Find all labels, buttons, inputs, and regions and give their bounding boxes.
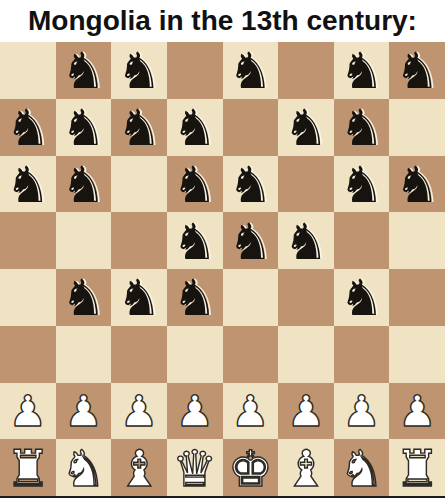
white-pawn: ♟ — [398, 390, 437, 433]
square-e4 — [223, 269, 279, 326]
square-g5 — [334, 212, 390, 269]
black-knight: ♞ — [5, 160, 50, 210]
square-h5 — [389, 212, 445, 269]
square-b2: ♟ — [56, 383, 112, 440]
white-queen: ♛ — [172, 444, 217, 494]
square-b8: ♞ — [56, 42, 112, 99]
black-knight: ♞ — [117, 273, 162, 323]
square-e3 — [223, 326, 279, 383]
white-bishop: ♝ — [117, 444, 162, 494]
square-f6 — [278, 156, 334, 213]
black-knight: ♞ — [61, 160, 106, 210]
white-rook: ♜ — [5, 444, 50, 494]
square-f5: ♞ — [278, 212, 334, 269]
square-h1: ♜ — [389, 439, 445, 496]
white-pawn: ♟ — [64, 390, 103, 433]
chess-board: ♞♞♞♞♞♞♞♞♞♞♞♞♞♞♞♞♞♞♞♞♞♞♞♞♟♟♟♟♟♟♟♟♜♞♝♛♚♝♞♜ — [0, 42, 445, 496]
square-e7 — [223, 99, 279, 156]
square-c4: ♞ — [111, 269, 167, 326]
meme-caption: Mongolia in the 13th century: — [0, 0, 445, 42]
square-h3 — [389, 326, 445, 383]
square-a7: ♞ — [0, 99, 56, 156]
white-rook: ♜ — [395, 444, 440, 494]
square-a5 — [0, 212, 56, 269]
square-g2: ♟ — [334, 383, 390, 440]
square-f7: ♞ — [278, 99, 334, 156]
square-d4: ♞ — [167, 269, 223, 326]
square-g7: ♞ — [334, 99, 390, 156]
square-a8 — [0, 42, 56, 99]
black-knight: ♞ — [5, 103, 50, 153]
square-h6: ♞ — [389, 156, 445, 213]
square-d7: ♞ — [167, 99, 223, 156]
white-bishop: ♝ — [284, 444, 329, 494]
black-knight: ♞ — [61, 103, 106, 153]
square-d5: ♞ — [167, 212, 223, 269]
square-h2: ♟ — [389, 383, 445, 440]
square-e5: ♞ — [223, 212, 279, 269]
black-knight: ♞ — [61, 46, 106, 96]
square-b7: ♞ — [56, 99, 112, 156]
black-knight: ♞ — [172, 273, 217, 323]
black-knight: ♞ — [228, 46, 273, 96]
black-knight: ♞ — [61, 273, 106, 323]
square-g6: ♞ — [334, 156, 390, 213]
black-knight: ♞ — [228, 217, 273, 267]
white-king: ♚ — [228, 444, 273, 494]
black-knight: ♞ — [339, 160, 384, 210]
white-pawn: ♟ — [120, 390, 159, 433]
square-f1: ♝ — [278, 439, 334, 496]
square-b6: ♞ — [56, 156, 112, 213]
black-knight: ♞ — [172, 103, 217, 153]
white-pawn: ♟ — [342, 390, 381, 433]
square-a1: ♜ — [0, 439, 56, 496]
square-c7: ♞ — [111, 99, 167, 156]
white-knight: ♞ — [339, 444, 384, 494]
square-b1: ♞ — [56, 439, 112, 496]
square-c1: ♝ — [111, 439, 167, 496]
square-c5 — [111, 212, 167, 269]
black-knight: ♞ — [172, 217, 217, 267]
square-d8 — [167, 42, 223, 99]
white-pawn: ♟ — [231, 390, 270, 433]
square-g8: ♞ — [334, 42, 390, 99]
black-knight: ♞ — [284, 103, 329, 153]
square-e2: ♟ — [223, 383, 279, 440]
white-pawn: ♟ — [287, 390, 326, 433]
black-knight: ♞ — [395, 46, 440, 96]
square-b4: ♞ — [56, 269, 112, 326]
square-c8: ♞ — [111, 42, 167, 99]
black-knight: ♞ — [284, 217, 329, 267]
square-e8: ♞ — [223, 42, 279, 99]
black-knight: ♞ — [117, 46, 162, 96]
square-f3 — [278, 326, 334, 383]
square-d1: ♛ — [167, 439, 223, 496]
square-c2: ♟ — [111, 383, 167, 440]
square-d3 — [167, 326, 223, 383]
square-a6: ♞ — [0, 156, 56, 213]
black-knight: ♞ — [117, 103, 162, 153]
square-h7 — [389, 99, 445, 156]
square-f4 — [278, 269, 334, 326]
meme-container: Mongolia in the 13th century: ♞♞♞♞♞♞♞♞♞♞… — [0, 0, 445, 500]
white-knight: ♞ — [61, 444, 106, 494]
black-knight: ♞ — [228, 160, 273, 210]
square-f8 — [278, 42, 334, 99]
square-a2: ♟ — [0, 383, 56, 440]
square-g1: ♞ — [334, 439, 390, 496]
square-h4 — [389, 269, 445, 326]
square-f2: ♟ — [278, 383, 334, 440]
black-knight: ♞ — [395, 160, 440, 210]
square-g3 — [334, 326, 390, 383]
square-g4: ♞ — [334, 269, 390, 326]
black-knight: ♞ — [172, 160, 217, 210]
square-e6: ♞ — [223, 156, 279, 213]
black-knight: ♞ — [339, 273, 384, 323]
square-d6: ♞ — [167, 156, 223, 213]
square-c6 — [111, 156, 167, 213]
square-b3 — [56, 326, 112, 383]
white-pawn: ♟ — [175, 390, 214, 433]
square-c3 — [111, 326, 167, 383]
square-e1: ♚ — [223, 439, 279, 496]
white-pawn: ♟ — [9, 390, 48, 433]
square-a3 — [0, 326, 56, 383]
black-knight: ♞ — [339, 103, 384, 153]
square-d2: ♟ — [167, 383, 223, 440]
square-h8: ♞ — [389, 42, 445, 99]
square-a4 — [0, 269, 56, 326]
square-b5 — [56, 212, 112, 269]
black-knight: ♞ — [339, 46, 384, 96]
